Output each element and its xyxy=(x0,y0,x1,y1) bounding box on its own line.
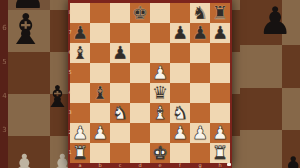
rank-label-6: 6 xyxy=(68,50,72,55)
piece-white-pawn[interactable]: ♟ xyxy=(92,123,108,143)
square-d5[interactable] xyxy=(130,63,150,83)
bg-square xyxy=(232,10,240,52)
piece-white-bishop[interactable]: ♝ xyxy=(152,103,168,123)
background-left-strip: 6543♟♝♝♟♟ xyxy=(0,0,68,168)
bg-rank-label: 5 xyxy=(1,58,8,66)
square-a2[interactable]: ♟ xyxy=(70,123,90,143)
bg-square xyxy=(232,0,240,10)
square-f1[interactable] xyxy=(170,143,190,163)
piece-white-pawn[interactable]: ♟ xyxy=(152,63,168,83)
rank-label-1: 1 xyxy=(68,150,72,155)
square-a6[interactable]: ♝ xyxy=(70,43,90,63)
square-c1[interactable] xyxy=(110,143,130,163)
square-e6[interactable] xyxy=(150,43,170,63)
square-a3[interactable] xyxy=(70,103,90,123)
square-d2[interactable] xyxy=(130,123,150,143)
square-e5[interactable]: ♟ xyxy=(150,63,170,83)
rank-label-4: 4 xyxy=(68,90,72,95)
square-d1[interactable] xyxy=(130,143,150,163)
square-g4[interactable] xyxy=(190,83,210,103)
square-f3[interactable]: ♞ xyxy=(170,103,190,123)
square-d8[interactable]: ♚ xyxy=(130,3,150,23)
square-h7[interactable]: ♟ xyxy=(210,23,230,43)
square-h2[interactable]: ♟ xyxy=(210,123,230,143)
file-label-c: c xyxy=(110,163,130,168)
bg-rank-label: 3 xyxy=(1,126,8,134)
square-a5[interactable] xyxy=(70,63,90,83)
square-h6[interactable] xyxy=(210,43,230,63)
rank-label-5: 5 xyxy=(68,70,72,75)
square-b7[interactable] xyxy=(90,23,110,43)
square-f6[interactable] xyxy=(170,43,190,63)
file-label-f: f xyxy=(170,163,190,168)
square-c2[interactable] xyxy=(110,123,130,143)
square-b4[interactable]: ♝ xyxy=(90,83,110,103)
square-g5[interactable] xyxy=(190,63,210,83)
rank-label-3: 3 xyxy=(68,110,72,115)
bg-square xyxy=(282,45,300,88)
square-f4[interactable] xyxy=(170,83,190,103)
square-h4[interactable] xyxy=(210,83,230,103)
bg-rank-label: 4 xyxy=(1,92,8,100)
square-c6[interactable]: ♟ xyxy=(110,43,130,63)
rank-label-8: 8 xyxy=(68,10,72,15)
piece-black-queen[interactable]: ♛ xyxy=(152,83,168,103)
file-label-g: g xyxy=(190,163,210,168)
piece-white-pawn[interactable]: ♟ xyxy=(72,123,88,143)
bg-square xyxy=(50,0,68,10)
bg-piece-white-pawn: ♟ xyxy=(10,150,39,168)
square-e1[interactable]: ♚ xyxy=(150,143,170,163)
piece-black-bishop[interactable]: ♝ xyxy=(72,43,88,63)
bg-square xyxy=(240,88,282,130)
square-d6[interactable] xyxy=(130,43,150,63)
board-grid: ♚♞♜♟♟♟♟♝♟♟♝♛♞♝♞♟♟♟♟♟♜♚♜ xyxy=(70,3,230,163)
bg-square xyxy=(232,136,240,168)
square-g6[interactable] xyxy=(190,43,210,63)
square-b2[interactable]: ♟ xyxy=(90,123,110,143)
square-b5[interactable] xyxy=(90,63,110,83)
square-h5[interactable] xyxy=(210,63,230,83)
bg-piece-black-pawn: ♟ xyxy=(258,2,292,40)
square-h3[interactable] xyxy=(210,103,230,123)
square-e3[interactable]: ♝ xyxy=(150,103,170,123)
square-g2[interactable]: ♟ xyxy=(190,123,210,143)
square-f7[interactable]: ♟ xyxy=(170,23,190,43)
piece-black-pawn[interactable]: ♟ xyxy=(112,43,128,63)
file-label-d: d xyxy=(130,163,150,168)
bg-square xyxy=(232,94,240,136)
chess-app-screenshot: 6543♟♝♝♟♟ ♟♟ ♚♞♜♟♟♟♟♝♟♟♝♛♞♝♞♟♟♟♟♟♜♚♜ 876… xyxy=(0,0,300,168)
square-c3[interactable]: ♞ xyxy=(110,103,130,123)
bg-square xyxy=(240,45,282,88)
piece-white-pawn[interactable]: ♟ xyxy=(212,123,228,143)
piece-black-rook[interactable]: ♜ xyxy=(212,3,228,23)
square-f8[interactable] xyxy=(170,3,190,23)
square-g7[interactable]: ♟ xyxy=(190,23,210,43)
square-c5[interactable] xyxy=(110,63,130,83)
square-c7[interactable] xyxy=(110,23,130,43)
bg-piece-white-pawn: ♟ xyxy=(48,150,68,168)
piece-black-pawn[interactable]: ♟ xyxy=(192,23,208,43)
rank-label-7: 7 xyxy=(68,30,72,35)
square-e4[interactable]: ♛ xyxy=(150,83,170,103)
square-c4[interactable] xyxy=(110,83,130,103)
bg-square xyxy=(50,10,68,52)
bg-piece-black-bishop: ♝ xyxy=(7,9,45,51)
bg-piece-black-pawn: ♟ xyxy=(278,152,300,168)
square-b6[interactable] xyxy=(90,43,110,63)
bg-piece-black-bishop: ♝ xyxy=(44,82,68,112)
piece-white-pawn[interactable]: ♟ xyxy=(172,123,188,143)
square-e8[interactable] xyxy=(150,3,170,23)
square-a7[interactable]: ♟ xyxy=(70,23,90,43)
file-label-a: a xyxy=(70,163,90,168)
square-e7[interactable] xyxy=(150,23,170,43)
side-to-move-indicator xyxy=(227,163,231,167)
piece-white-knight[interactable]: ♞ xyxy=(172,103,188,123)
square-c8[interactable] xyxy=(110,3,130,23)
square-g3[interactable] xyxy=(190,103,210,123)
square-e2[interactable] xyxy=(150,123,170,143)
piece-black-bishop[interactable]: ♝ xyxy=(92,83,108,103)
square-a1[interactable]: ♜ xyxy=(70,143,90,163)
square-a4[interactable] xyxy=(70,83,90,103)
file-label-e: e xyxy=(150,163,170,168)
piece-white-pawn[interactable]: ♟ xyxy=(192,123,208,143)
bg-square xyxy=(282,88,300,130)
square-g8[interactable]: ♞ xyxy=(190,3,210,23)
rank-label-2: 2 xyxy=(68,130,72,135)
square-b1[interactable] xyxy=(90,143,110,163)
piece-black-pawn[interactable]: ♟ xyxy=(72,23,88,43)
file-label-b: b xyxy=(90,163,110,168)
bg-square xyxy=(232,52,240,94)
square-f2[interactable]: ♟ xyxy=(170,123,190,143)
square-d7[interactable] xyxy=(130,23,150,43)
background-right-strip: ♟♟ xyxy=(232,0,300,168)
square-h1[interactable]: ♜ xyxy=(210,143,230,163)
bg-square xyxy=(240,130,282,168)
square-a8[interactable] xyxy=(70,3,90,23)
square-d3[interactable] xyxy=(130,103,150,123)
square-g1[interactable] xyxy=(190,143,210,163)
square-f5[interactable] xyxy=(170,63,190,83)
piece-white-king[interactable]: ♚ xyxy=(152,143,168,163)
chess-board: ♚♞♜♟♟♟♟♝♟♟♝♛♞♝♞♟♟♟♟♟♜♚♜ 87654321 abcdefg… xyxy=(68,0,232,168)
square-b8[interactable] xyxy=(90,3,110,23)
piece-black-king[interactable]: ♚ xyxy=(132,3,148,23)
piece-black-pawn[interactable]: ♟ xyxy=(172,23,188,43)
piece-black-pawn[interactable]: ♟ xyxy=(212,23,228,43)
square-b3[interactable] xyxy=(90,103,110,123)
piece-black-knight[interactable]: ♞ xyxy=(192,3,208,23)
piece-white-knight[interactable]: ♞ xyxy=(112,103,128,123)
piece-white-rook[interactable]: ♜ xyxy=(212,143,228,163)
square-d4[interactable] xyxy=(130,83,150,103)
square-h8[interactable]: ♜ xyxy=(210,3,230,23)
piece-white-rook[interactable]: ♜ xyxy=(72,143,88,163)
